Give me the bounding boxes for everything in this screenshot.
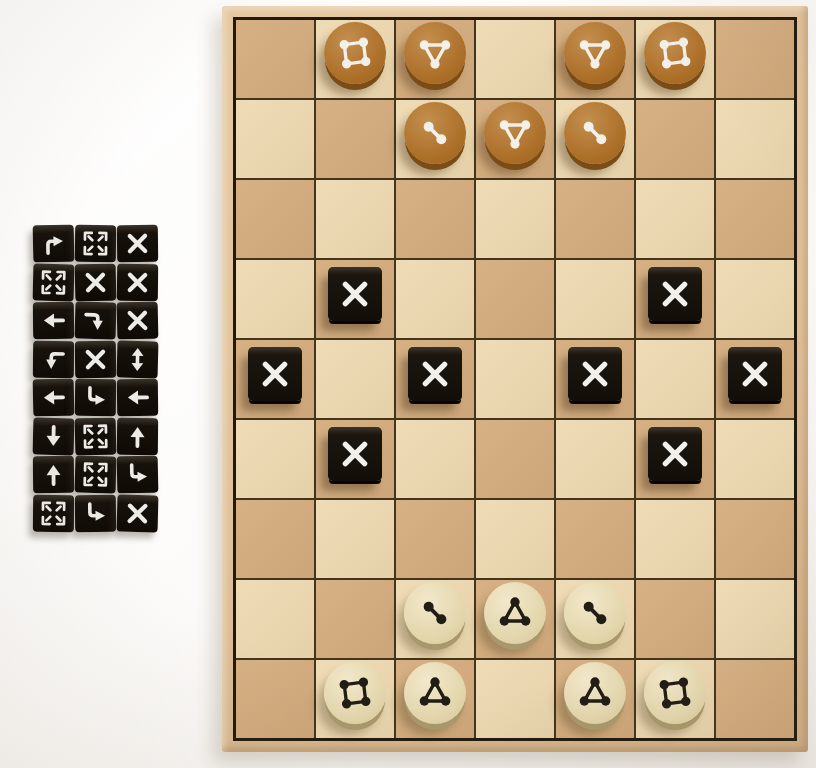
line-2-icon (415, 593, 455, 633)
movement-die[interactable] (75, 456, 117, 494)
x-icon (658, 277, 692, 311)
wood-disc-line-2[interactable] (564, 582, 626, 644)
blocker-cube[interactable] (728, 347, 782, 401)
movement-die[interactable] (33, 340, 74, 377)
board-cell[interactable] (476, 260, 554, 338)
board-cell[interactable] (716, 420, 794, 498)
board-cell[interactable] (636, 500, 714, 578)
wood-disc-line-2[interactable] (404, 582, 466, 644)
movement-die[interactable] (33, 263, 75, 301)
square-4-icon (655, 673, 695, 713)
movement-die[interactable] (33, 225, 75, 263)
movement-die[interactable] (117, 417, 158, 454)
wood-disc-square-4[interactable] (324, 662, 386, 724)
movement-die[interactable] (117, 263, 158, 300)
blocker-cube[interactable] (648, 267, 702, 321)
board-cell[interactable] (236, 260, 314, 338)
board-cell[interactable] (236, 660, 314, 738)
board-cell[interactable] (636, 100, 714, 178)
board-cell[interactable] (556, 20, 634, 98)
arrow-left-icon (40, 307, 67, 334)
arrows-out-icon (82, 230, 109, 257)
blocker-cube[interactable] (328, 427, 382, 481)
blocker-cube[interactable] (248, 347, 302, 401)
movement-die[interactable] (75, 340, 116, 377)
cross-icon (124, 499, 152, 527)
board-cell[interactable] (556, 180, 634, 258)
board-cell[interactable] (556, 100, 634, 178)
board-cell[interactable] (316, 100, 394, 178)
board-cell[interactable] (716, 180, 794, 258)
movement-die[interactable] (75, 225, 116, 262)
x-icon (338, 437, 372, 471)
x-icon (658, 437, 692, 471)
board-cell[interactable] (556, 340, 634, 418)
wood-disc-triangle-3[interactable] (484, 582, 546, 644)
board-cell[interactable] (396, 500, 474, 578)
movement-die[interactable] (117, 302, 159, 340)
dice-tray (33, 225, 159, 533)
movement-die[interactable] (33, 456, 74, 493)
board-cell[interactable] (636, 180, 714, 258)
board-cell[interactable] (556, 500, 634, 578)
board-cell[interactable] (476, 20, 554, 98)
cross-icon (82, 345, 109, 372)
cross-icon (82, 268, 110, 296)
board-cell[interactable] (236, 20, 314, 98)
movement-die[interactable] (75, 302, 117, 340)
movement-die[interactable] (33, 379, 75, 417)
line-2-icon (575, 593, 615, 633)
board-cell[interactable] (396, 100, 474, 178)
arrow-up-down-icon (124, 345, 152, 373)
board-cell[interactable] (476, 420, 554, 498)
wood-disc-square-4[interactable] (644, 662, 706, 724)
square-4-icon (335, 673, 375, 713)
movement-die[interactable] (117, 379, 158, 416)
movement-die[interactable] (117, 456, 159, 494)
board-cell[interactable] (316, 260, 394, 338)
board-cell[interactable] (396, 340, 474, 418)
triangle-3-icon (415, 33, 455, 73)
board-cell[interactable] (716, 20, 794, 98)
arrow-up-icon (124, 422, 151, 449)
board-cell[interactable] (316, 180, 394, 258)
board-cell[interactable] (716, 500, 794, 578)
board-cell[interactable] (636, 340, 714, 418)
movement-die[interactable] (33, 302, 74, 339)
line-2-icon (415, 113, 455, 153)
brown-disc-triangle-3[interactable] (564, 22, 626, 84)
board-cell[interactable] (476, 580, 554, 658)
brown-disc-triangle-3[interactable] (404, 22, 466, 84)
board-cell[interactable] (556, 660, 634, 738)
movement-die[interactable] (75, 263, 117, 301)
square-4-icon (655, 33, 695, 73)
movement-die[interactable] (117, 340, 159, 378)
cross-icon (124, 268, 151, 295)
x-icon (418, 357, 452, 391)
blocker-cube[interactable] (408, 347, 462, 401)
board-cell[interactable] (636, 580, 714, 658)
arrow-down-right-icon (82, 499, 109, 526)
board-cell[interactable] (556, 420, 634, 498)
movement-die[interactable] (75, 417, 117, 455)
x-icon (738, 357, 772, 391)
brown-disc-line-2[interactable] (404, 102, 466, 164)
brown-disc-square-4[interactable] (324, 22, 386, 84)
brown-disc-line-2[interactable] (564, 102, 626, 164)
triangle-3-icon (415, 673, 455, 713)
board-cell[interactable] (236, 340, 314, 418)
triangle-3-icon (575, 673, 615, 713)
movement-die[interactable] (75, 494, 116, 531)
movement-die[interactable] (75, 379, 116, 416)
board-cell[interactable] (316, 420, 394, 498)
triangle-3-icon (495, 113, 535, 153)
brown-disc-square-4[interactable] (644, 22, 706, 84)
arrow-down-right-icon (124, 461, 152, 489)
cross-icon (124, 307, 152, 335)
board-cell[interactable] (236, 420, 314, 498)
board-cell[interactable] (396, 20, 474, 98)
board-cell[interactable] (316, 500, 394, 578)
board-cell[interactable] (716, 660, 794, 738)
board-grid (233, 17, 797, 741)
movement-die[interactable] (117, 494, 159, 532)
square-4-icon (335, 33, 375, 73)
board-cell[interactable] (636, 420, 714, 498)
board-cell[interactable] (556, 260, 634, 338)
board-cell[interactable] (236, 180, 314, 258)
board-cell[interactable] (716, 340, 794, 418)
board-cell[interactable] (476, 180, 554, 258)
board-cell[interactable] (316, 660, 394, 738)
movement-die[interactable] (33, 494, 74, 531)
triangle-3-icon (575, 33, 615, 73)
board-cell[interactable] (316, 340, 394, 418)
board-cell[interactable] (236, 100, 314, 178)
board-cell[interactable] (396, 260, 474, 338)
game-board (222, 6, 808, 752)
board-cell[interactable] (316, 20, 394, 98)
line-2-icon (575, 113, 615, 153)
board-cell[interactable] (476, 660, 554, 738)
board-cell[interactable] (476, 340, 554, 418)
board-cell[interactable] (636, 20, 714, 98)
blocker-cube[interactable] (568, 347, 622, 401)
board-cell[interactable] (316, 580, 394, 658)
board-cell[interactable] (636, 660, 714, 738)
board-cell[interactable] (396, 420, 474, 498)
brown-disc-triangle-3[interactable] (484, 102, 546, 164)
board-cell[interactable] (716, 580, 794, 658)
board-cell[interactable] (396, 180, 474, 258)
wood-disc-triangle-3[interactable] (404, 662, 466, 724)
board-cell[interactable] (476, 100, 554, 178)
movement-die[interactable] (33, 417, 75, 455)
x-icon (578, 357, 612, 391)
board-cell[interactable] (716, 100, 794, 178)
arrow-up-right-icon (40, 230, 68, 258)
arrow-down-icon (40, 422, 68, 450)
arrow-left-icon (124, 384, 151, 411)
board-cell[interactable] (556, 580, 634, 658)
wood-disc-triangle-3[interactable] (564, 662, 626, 724)
arrows-out-icon (40, 268, 68, 296)
arrow-up-icon (40, 461, 67, 488)
arrows-out-icon (40, 499, 67, 526)
triangle-3-icon (495, 593, 535, 633)
arrow-left-down-icon (40, 345, 67, 372)
board-cell[interactable] (396, 660, 474, 738)
arrows-out-icon (82, 461, 110, 489)
blocker-cube[interactable] (328, 267, 382, 321)
board-cell[interactable] (476, 500, 554, 578)
board-cell[interactable] (716, 260, 794, 338)
cross-icon (124, 230, 151, 257)
arrow-right-down-icon (82, 307, 110, 335)
board-cell[interactable] (236, 580, 314, 658)
board-cell[interactable] (236, 500, 314, 578)
movement-die[interactable] (117, 225, 158, 262)
board-cell[interactable] (636, 260, 714, 338)
arrow-down-right-icon (82, 384, 109, 411)
arrow-left-icon (40, 384, 68, 412)
x-icon (258, 357, 292, 391)
blocker-cube[interactable] (648, 427, 702, 481)
arrows-out-icon (82, 422, 110, 450)
x-icon (338, 277, 372, 311)
board-cell[interactable] (396, 580, 474, 658)
